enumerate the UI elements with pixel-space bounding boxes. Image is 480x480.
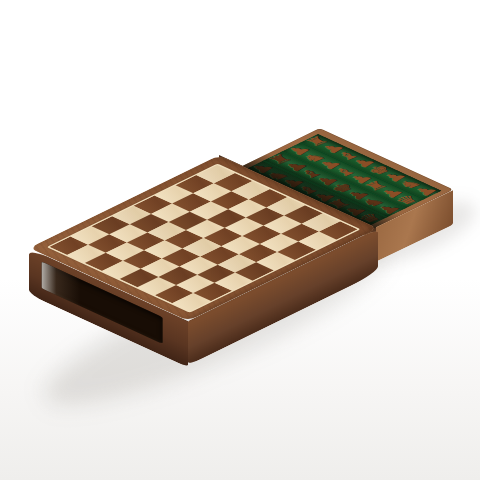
chess-box-scene: ♟♞♟♝♟♜♟♛♜♟♝♟♚♟♞♟♟♞♟♝♟♜♟♛♜♟♝♟♚♟♞♟ xyxy=(0,0,480,480)
